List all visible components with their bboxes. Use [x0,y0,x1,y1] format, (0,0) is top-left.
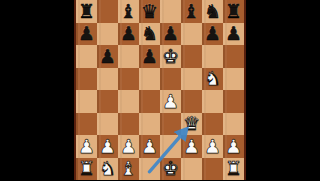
square-f4[interactable] [181,90,202,113]
square-f3[interactable]: ♛ [181,113,202,136]
square-f7[interactable] [181,23,202,46]
square-a5[interactable] [76,68,97,91]
square-a7[interactable]: ♟ [76,23,97,46]
square-f8[interactable]: ♝ [181,0,202,23]
square-g1[interactable] [202,158,223,181]
square-a4[interactable] [76,90,97,113]
square-c6[interactable] [118,45,139,68]
piece-white-pawn: ♟ [225,136,242,155]
square-h3[interactable] [223,113,244,136]
piece-white-pawn: ♟ [78,136,95,155]
square-c7[interactable]: ♟ [118,23,139,46]
square-d3[interactable] [139,113,160,136]
square-c1[interactable]: ♝ [118,158,139,181]
square-g7[interactable]: ♟ [202,23,223,46]
square-e3[interactable] [160,113,181,136]
square-d1[interactable] [139,158,160,181]
square-e4[interactable]: ♟ [160,90,181,113]
square-f2[interactable]: ♟ [181,135,202,158]
square-g2[interactable]: ♟ [202,135,223,158]
piece-white-pawn: ♟ [120,136,137,155]
square-b1[interactable]: ♞ [97,158,118,181]
square-c5[interactable] [118,68,139,91]
square-h1[interactable]: ♜ [223,158,244,181]
square-a1[interactable]: ♜ [76,158,97,181]
piece-black-pawn: ♟ [204,24,221,43]
square-h7[interactable]: ♟ [223,23,244,46]
square-a8[interactable]: ♜ [76,0,97,23]
piece-black-pawn: ♟ [141,46,158,65]
square-b2[interactable]: ♟ [97,135,118,158]
piece-black-pawn: ♟ [78,24,95,43]
piece-black-pawn: ♟ [120,24,137,43]
piece-black-knight: ♞ [204,1,221,20]
square-g3[interactable] [202,113,223,136]
piece-black-bishop: ♝ [120,1,137,20]
piece-white-king: ♚ [162,46,179,65]
piece-black-pawn: ♟ [99,46,116,65]
square-h4[interactable] [223,90,244,113]
square-e2[interactable] [160,135,181,158]
piece-white-king: ♚ [162,159,179,178]
square-c2[interactable]: ♟ [118,135,139,158]
piece-white-bishop: ♝ [120,159,137,178]
square-d8[interactable]: ♛ [139,0,160,23]
square-b4[interactable] [97,90,118,113]
square-c3[interactable] [118,113,139,136]
square-b8[interactable] [97,0,118,23]
square-f1[interactable] [181,158,202,181]
square-e5[interactable] [160,68,181,91]
piece-white-pawn: ♟ [99,136,116,155]
square-d2[interactable]: ♟ [139,135,160,158]
square-d4[interactable] [139,90,160,113]
square-h5[interactable] [223,68,244,91]
piece-black-bishop: ♝ [183,1,200,20]
square-b3[interactable] [97,113,118,136]
square-e6[interactable]: ♚ [160,45,181,68]
square-d7[interactable]: ♞ [139,23,160,46]
piece-white-pawn: ♟ [162,91,179,110]
square-g8[interactable]: ♞ [202,0,223,23]
square-c4[interactable] [118,90,139,113]
square-h2[interactable]: ♟ [223,135,244,158]
piece-black-rook: ♜ [78,1,95,20]
piece-white-pawn: ♟ [204,136,221,155]
square-c8[interactable]: ♝ [118,0,139,23]
piece-black-pawn: ♟ [162,24,179,43]
piece-white-pawn: ♟ [141,136,158,155]
square-e8[interactable] [160,0,181,23]
letterbox-left [0,0,74,180]
piece-white-rook: ♜ [225,159,242,178]
piece-white-pawn: ♟ [183,136,200,155]
letterbox-right [246,0,320,180]
piece-white-queen: ♛ [183,114,200,133]
square-g5[interactable]: ♞ [202,68,223,91]
board-grid: ♜♝♛♝♞♜♟♟♞♟♟♟♟♟♚♞♟♛♟♟♟♟♟♟♟♜♞♝♚♜ [76,0,244,180]
chess-thumbnail-canvas: ♜♝♛♝♞♜♟♟♞♟♟♟♟♟♚♞♟♛♟♟♟♟♟♟♟♜♞♝♚♜ [0,0,320,180]
piece-black-rook: ♜ [225,1,242,20]
square-h8[interactable]: ♜ [223,0,244,23]
square-h6[interactable] [223,45,244,68]
piece-black-pawn: ♟ [225,24,242,43]
square-e1[interactable]: ♚ [160,158,181,181]
square-a2[interactable]: ♟ [76,135,97,158]
square-b7[interactable] [97,23,118,46]
square-a6[interactable] [76,45,97,68]
square-d5[interactable] [139,68,160,91]
piece-white-rook: ♜ [78,159,95,178]
piece-white-knight: ♞ [204,69,221,88]
square-f5[interactable] [181,68,202,91]
square-g4[interactable] [202,90,223,113]
chess-board: ♜♝♛♝♞♜♟♟♞♟♟♟♟♟♚♞♟♛♟♟♟♟♟♟♟♜♞♝♚♜ [74,0,246,180]
square-b6[interactable]: ♟ [97,45,118,68]
piece-white-knight: ♞ [99,159,116,178]
square-g6[interactable] [202,45,223,68]
square-d6[interactable]: ♟ [139,45,160,68]
square-f6[interactable] [181,45,202,68]
piece-black-queen: ♛ [141,1,158,20]
square-e7[interactable]: ♟ [160,23,181,46]
square-a3[interactable] [76,113,97,136]
square-b5[interactable] [97,68,118,91]
piece-black-knight: ♞ [141,24,158,43]
